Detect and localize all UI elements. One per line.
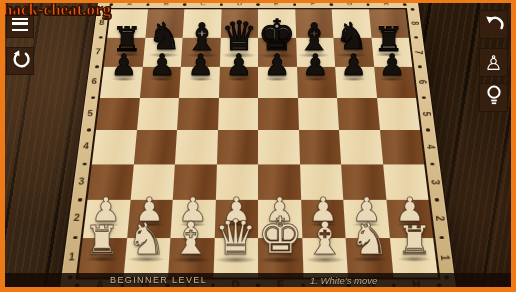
frame-screw-dot (414, 36, 418, 38)
status-bar: BEGINNER LEVEL 1. White's move (0, 273, 516, 287)
square-f4[interactable] (299, 130, 342, 164)
piece-black-p-e7[interactable]: ♟ (264, 51, 290, 80)
frame-screw-dot (82, 162, 86, 165)
frame-screw-dot (256, 3, 259, 5)
piece-white-n-g1[interactable]: ♞ (350, 217, 390, 261)
piece-black-p-a7[interactable]: ♟ (111, 51, 137, 80)
piece-black-p-c7[interactable]: ♟ (187, 51, 213, 80)
piece-white-n-b1[interactable]: ♞ (127, 217, 167, 261)
frame-screw-dot (78, 198, 82, 201)
frame-screw-dot (366, 3, 369, 5)
chess-app-screen: AABBCCDDEEFFGGHH8877665544332211 ♜♞♝♛♚♝♞… (0, 0, 516, 292)
piece-white-b-f1[interactable]: ♝ (305, 216, 345, 261)
frame-screw-dot (439, 236, 443, 239)
screen-border-top (0, 0, 516, 3)
frame-screw-dot (426, 128, 430, 131)
frame-screw-dot (183, 3, 186, 5)
square-d5[interactable] (218, 98, 259, 130)
rotate-board-button[interactable] (6, 47, 34, 75)
frame-screw-dot (73, 236, 77, 239)
rank-right-label: 5 (405, 109, 446, 119)
square-g4[interactable] (339, 130, 383, 164)
square-f5[interactable] (298, 98, 339, 130)
square-d4[interactable] (216, 130, 258, 164)
piece-white-b-c1[interactable]: ♝ (171, 216, 211, 261)
screen-border-left (0, 0, 5, 292)
frame-screw-dot (435, 198, 439, 201)
piece-white-r-a1[interactable]: ♜ (84, 221, 120, 261)
frame-screw-dot (430, 162, 434, 165)
piece-black-p-b7[interactable]: ♟ (149, 51, 175, 80)
screen-border-bottom (0, 287, 516, 292)
piece-black-p-h7[interactable]: ♟ (379, 51, 405, 80)
pawn-icon: ♙ (485, 53, 503, 73)
frame-screw-dot (87, 128, 91, 131)
square-e5[interactable] (258, 98, 299, 130)
rank-right-label: 4 (409, 142, 451, 152)
frame-screw-dot (329, 3, 332, 5)
piece-white-k-e1[interactable]: ♚ (258, 211, 303, 262)
lightbulb-icon (485, 84, 503, 112)
undo-button[interactable] (479, 10, 508, 39)
piece-set-button[interactable]: ♙ (479, 48, 508, 77)
frame-screw-dot (411, 8, 414, 10)
piece-black-p-f7[interactable]: ♟ (302, 51, 328, 80)
frame-screw-dot (418, 65, 422, 68)
frame-screw-dot (293, 3, 296, 5)
square-a4[interactable] (92, 130, 137, 164)
watermark-text: hack-cheat.org (3, 0, 111, 20)
frame-screw-dot (99, 36, 103, 38)
piece-white-r-h1[interactable]: ♜ (396, 221, 432, 261)
rank-right-label: 6 (402, 77, 442, 86)
square-b4[interactable] (133, 130, 177, 164)
undo-arrow-icon (483, 13, 505, 37)
frame-screw-dot (219, 3, 222, 5)
frame-screw-dot (403, 3, 406, 5)
piece-black-p-d7[interactable]: ♟ (226, 51, 252, 80)
rank-right-label: 3 (413, 176, 456, 187)
square-b5[interactable] (137, 98, 179, 130)
screen-border-right (511, 0, 516, 292)
hint-button[interactable] (479, 83, 508, 112)
level-label: BEGINNER LEVEL (110, 275, 207, 285)
frame-screw-dot (91, 96, 95, 99)
frame-screw-dot (95, 65, 99, 68)
piece-black-p-g7[interactable]: ♟ (341, 51, 367, 80)
square-c4[interactable] (175, 130, 218, 164)
square-c5[interactable] (177, 98, 218, 130)
square-e4[interactable] (258, 130, 300, 164)
frame-screw-dot (146, 3, 149, 5)
square-g5[interactable] (337, 98, 379, 130)
piece-white-q-d1[interactable]: ♛ (214, 213, 257, 261)
frame-screw-dot (422, 96, 426, 99)
square-a5[interactable] (96, 98, 139, 130)
rotate-icon (10, 49, 31, 74)
move-indicator: 1. White's move (310, 275, 377, 286)
